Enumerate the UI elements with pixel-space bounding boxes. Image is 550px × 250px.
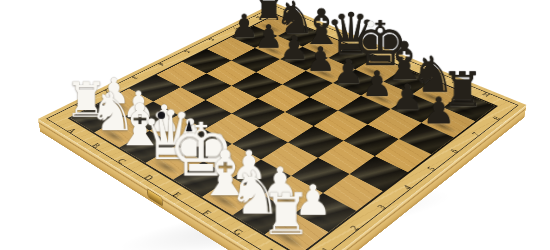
piece-white-rook: ♜	[260, 186, 306, 243]
piece-black-pawn: ♟	[419, 93, 458, 130]
scene: ♜♞♝♛♚♝♞♜♟♟♟♟♟♟♟♟♟♟♟♟♟♟♟♟♜♞♝♛♚♝♞♜ ABCDEFG…	[0, 0, 550, 250]
ball-finial	[367, 21, 373, 27]
ball-finial	[157, 111, 164, 118]
spike-finial	[185, 120, 193, 132]
